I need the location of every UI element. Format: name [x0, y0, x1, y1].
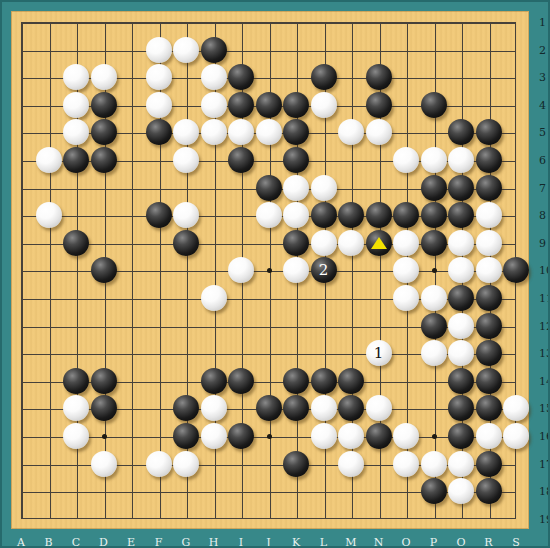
white-stone-H4[interactable]	[201, 92, 227, 118]
column-label-J: J	[266, 536, 270, 548]
black-stone-H2[interactable]	[201, 37, 227, 63]
white-stone-M9[interactable]	[338, 230, 364, 256]
black-stone-P7[interactable]	[421, 175, 447, 201]
black-stone-R7[interactable]	[476, 175, 502, 201]
row-label-11: 11	[539, 292, 550, 305]
row-label-7: 7	[539, 181, 546, 194]
black-stone-C14[interactable]	[63, 368, 89, 394]
column-label-S: S	[512, 536, 520, 548]
column-label-H: H	[209, 536, 219, 548]
black-stone-P4[interactable]	[421, 92, 447, 118]
column-label-K: K	[292, 536, 300, 548]
black-stone-L3[interactable]	[311, 64, 337, 90]
white-stone-P6[interactable]	[421, 147, 447, 173]
black-stone-J7[interactable]	[256, 175, 282, 201]
white-stone-D17[interactable]	[91, 451, 117, 477]
column-label-M: M	[345, 536, 356, 548]
row-label-16: 16	[539, 430, 550, 443]
black-stone-D14[interactable]	[91, 368, 117, 394]
black-stone-I6[interactable]	[228, 147, 254, 173]
white-stone-P17[interactable]	[421, 451, 447, 477]
white-stone-L16[interactable]	[311, 423, 337, 449]
star-point-P16	[432, 434, 437, 439]
black-stone-K17[interactable]	[283, 451, 309, 477]
column-label-O: O	[401, 536, 410, 548]
column-label-Q: Q	[456, 536, 465, 548]
black-stone-O8[interactable]	[393, 202, 419, 228]
column-label-C: C	[72, 536, 80, 548]
white-stone-F17[interactable]	[146, 451, 172, 477]
black-stone-P9[interactable]	[421, 230, 447, 256]
white-stone-O16[interactable]	[393, 423, 419, 449]
black-stone-N8[interactable]	[366, 202, 392, 228]
white-stone-O9[interactable]	[393, 230, 419, 256]
white-stone-O11[interactable]	[393, 285, 419, 311]
row-label-9: 9	[539, 236, 546, 249]
black-stone-L14[interactable]	[311, 368, 337, 394]
black-stone-K6[interactable]	[283, 147, 309, 173]
white-stone-F4[interactable]	[146, 92, 172, 118]
goban-grid[interactable]: 21	[21, 22, 517, 520]
white-stone-J8[interactable]	[256, 202, 282, 228]
row-label-14: 14	[539, 374, 550, 387]
white-stone-N5[interactable]	[366, 119, 392, 145]
white-stone-Q18[interactable]	[448, 478, 474, 504]
black-stone-R5[interactable]	[476, 119, 502, 145]
white-stone-P11[interactable]	[421, 285, 447, 311]
move-number-2-L10: 2	[319, 263, 329, 278]
black-stone-R12[interactable]	[476, 313, 502, 339]
black-stone-R11[interactable]	[476, 285, 502, 311]
black-stone-R15[interactable]	[476, 395, 502, 421]
column-label-I: I	[239, 536, 243, 548]
white-stone-F3[interactable]	[146, 64, 172, 90]
black-stone-Q16[interactable]	[448, 423, 474, 449]
white-stone-B8[interactable]	[36, 202, 62, 228]
black-stone-I14[interactable]	[228, 368, 254, 394]
white-stone-H11[interactable]	[201, 285, 227, 311]
white-stone-O6[interactable]	[393, 147, 419, 173]
column-label-B: B	[44, 536, 52, 548]
white-stone-R9[interactable]	[476, 230, 502, 256]
white-stone-H3[interactable]	[201, 64, 227, 90]
row-label-12: 12	[539, 319, 550, 332]
white-stone-F2[interactable]	[146, 37, 172, 63]
white-stone-N13[interactable]: 1	[366, 340, 392, 366]
black-stone-N9[interactable]	[366, 230, 392, 256]
black-stone-P12[interactable]	[421, 313, 447, 339]
black-stone-N3[interactable]	[366, 64, 392, 90]
white-stone-K7[interactable]	[283, 175, 309, 201]
white-stone-M17[interactable]	[338, 451, 364, 477]
black-stone-C6[interactable]	[63, 147, 89, 173]
black-stone-K9[interactable]	[283, 230, 309, 256]
black-stone-R14[interactable]	[476, 368, 502, 394]
white-stone-H16[interactable]	[201, 423, 227, 449]
white-stone-G8[interactable]	[173, 202, 199, 228]
white-stone-R10[interactable]	[476, 257, 502, 283]
column-label-F: F	[155, 536, 163, 548]
black-stone-D6[interactable]	[91, 147, 117, 173]
white-stone-C16[interactable]	[63, 423, 89, 449]
white-stone-O17[interactable]	[393, 451, 419, 477]
black-stone-F5[interactable]	[146, 119, 172, 145]
white-stone-K8[interactable]	[283, 202, 309, 228]
white-stone-N15[interactable]	[366, 395, 392, 421]
black-stone-L8[interactable]	[311, 202, 337, 228]
white-stone-H5[interactable]	[201, 119, 227, 145]
star-point-P10	[432, 268, 437, 273]
white-stone-S16[interactable]	[503, 423, 529, 449]
column-label-A: A	[17, 536, 25, 548]
black-stone-Q14[interactable]	[448, 368, 474, 394]
black-stone-I16[interactable]	[228, 423, 254, 449]
star-point-J16	[267, 434, 272, 439]
row-label-13: 13	[539, 347, 550, 360]
row-label-3: 3	[539, 71, 546, 84]
move-number-1-N13: 1	[374, 346, 384, 361]
black-stone-F8[interactable]	[146, 202, 172, 228]
column-label-L: L	[320, 536, 327, 548]
column-label-D: D	[99, 536, 108, 548]
black-stone-P18[interactable]	[421, 478, 447, 504]
black-stone-N4[interactable]	[366, 92, 392, 118]
row-label-15: 15	[539, 402, 550, 415]
row-label-19: 19	[539, 512, 550, 525]
black-stone-I4[interactable]	[228, 92, 254, 118]
black-stone-N16[interactable]	[366, 423, 392, 449]
black-stone-D5[interactable]	[91, 119, 117, 145]
white-stone-Q13[interactable]	[448, 340, 474, 366]
black-stone-D15[interactable]	[91, 395, 117, 421]
white-stone-C4[interactable]	[63, 92, 89, 118]
go-app-window: 21 ABCDEFGHIJKLMNOPQRS123456789101112131…	[0, 0, 550, 548]
black-stone-I3[interactable]	[228, 64, 254, 90]
black-stone-M8[interactable]	[338, 202, 364, 228]
black-stone-R6[interactable]	[476, 147, 502, 173]
black-stone-C9[interactable]	[63, 230, 89, 256]
white-stone-M16[interactable]	[338, 423, 364, 449]
white-stone-L15[interactable]	[311, 395, 337, 421]
white-stone-Q12[interactable]	[448, 313, 474, 339]
black-stone-J15[interactable]	[256, 395, 282, 421]
row-label-5: 5	[539, 126, 546, 139]
white-stone-Q17[interactable]	[448, 451, 474, 477]
black-stone-Q11[interactable]	[448, 285, 474, 311]
black-stone-R13[interactable]	[476, 340, 502, 366]
black-stone-K4[interactable]	[283, 92, 309, 118]
row-label-8: 8	[539, 209, 546, 222]
column-label-P: P	[430, 536, 437, 548]
black-stone-K14[interactable]	[283, 368, 309, 394]
black-stone-Q7[interactable]	[448, 175, 474, 201]
row-label-6: 6	[539, 154, 546, 167]
black-stone-M14[interactable]	[338, 368, 364, 394]
star-point-J10	[267, 268, 272, 273]
white-stone-L7[interactable]	[311, 175, 337, 201]
white-stone-D3[interactable]	[91, 64, 117, 90]
row-label-10: 10	[539, 264, 550, 277]
star-point-D16	[102, 434, 107, 439]
black-stone-R17[interactable]	[476, 451, 502, 477]
column-label-N: N	[374, 536, 384, 548]
white-stone-B6[interactable]	[36, 147, 62, 173]
white-stone-G2[interactable]	[173, 37, 199, 63]
white-stone-R8[interactable]	[476, 202, 502, 228]
white-stone-L9[interactable]	[311, 230, 337, 256]
black-stone-G16[interactable]	[173, 423, 199, 449]
white-stone-Q9[interactable]	[448, 230, 474, 256]
black-stone-P8[interactable]	[421, 202, 447, 228]
white-stone-P13[interactable]	[421, 340, 447, 366]
white-stone-G17[interactable]	[173, 451, 199, 477]
row-label-4: 4	[539, 98, 546, 111]
black-stone-J4[interactable]	[256, 92, 282, 118]
black-stone-L10[interactable]: 2	[311, 257, 337, 283]
column-label-G: G	[182, 536, 191, 548]
white-stone-J5[interactable]	[256, 119, 282, 145]
black-stone-D10[interactable]	[91, 257, 117, 283]
column-label-E: E	[127, 536, 135, 548]
white-stone-R16[interactable]	[476, 423, 502, 449]
triangle-marker-N9	[371, 237, 387, 249]
row-label-17: 17	[539, 457, 550, 470]
white-stone-C3[interactable]	[63, 64, 89, 90]
black-stone-G9[interactable]	[173, 230, 199, 256]
row-label-1: 1	[539, 16, 546, 29]
row-label-2: 2	[539, 43, 546, 56]
white-stone-L4[interactable]	[311, 92, 337, 118]
white-stone-H15[interactable]	[201, 395, 227, 421]
black-stone-R18[interactable]	[476, 478, 502, 504]
black-stone-D4[interactable]	[91, 92, 117, 118]
white-stone-G6[interactable]	[173, 147, 199, 173]
black-stone-H14[interactable]	[201, 368, 227, 394]
column-label-R: R	[484, 536, 492, 548]
black-stone-Q8[interactable]	[448, 202, 474, 228]
white-stone-Q6[interactable]	[448, 147, 474, 173]
row-label-18: 18	[539, 485, 550, 498]
